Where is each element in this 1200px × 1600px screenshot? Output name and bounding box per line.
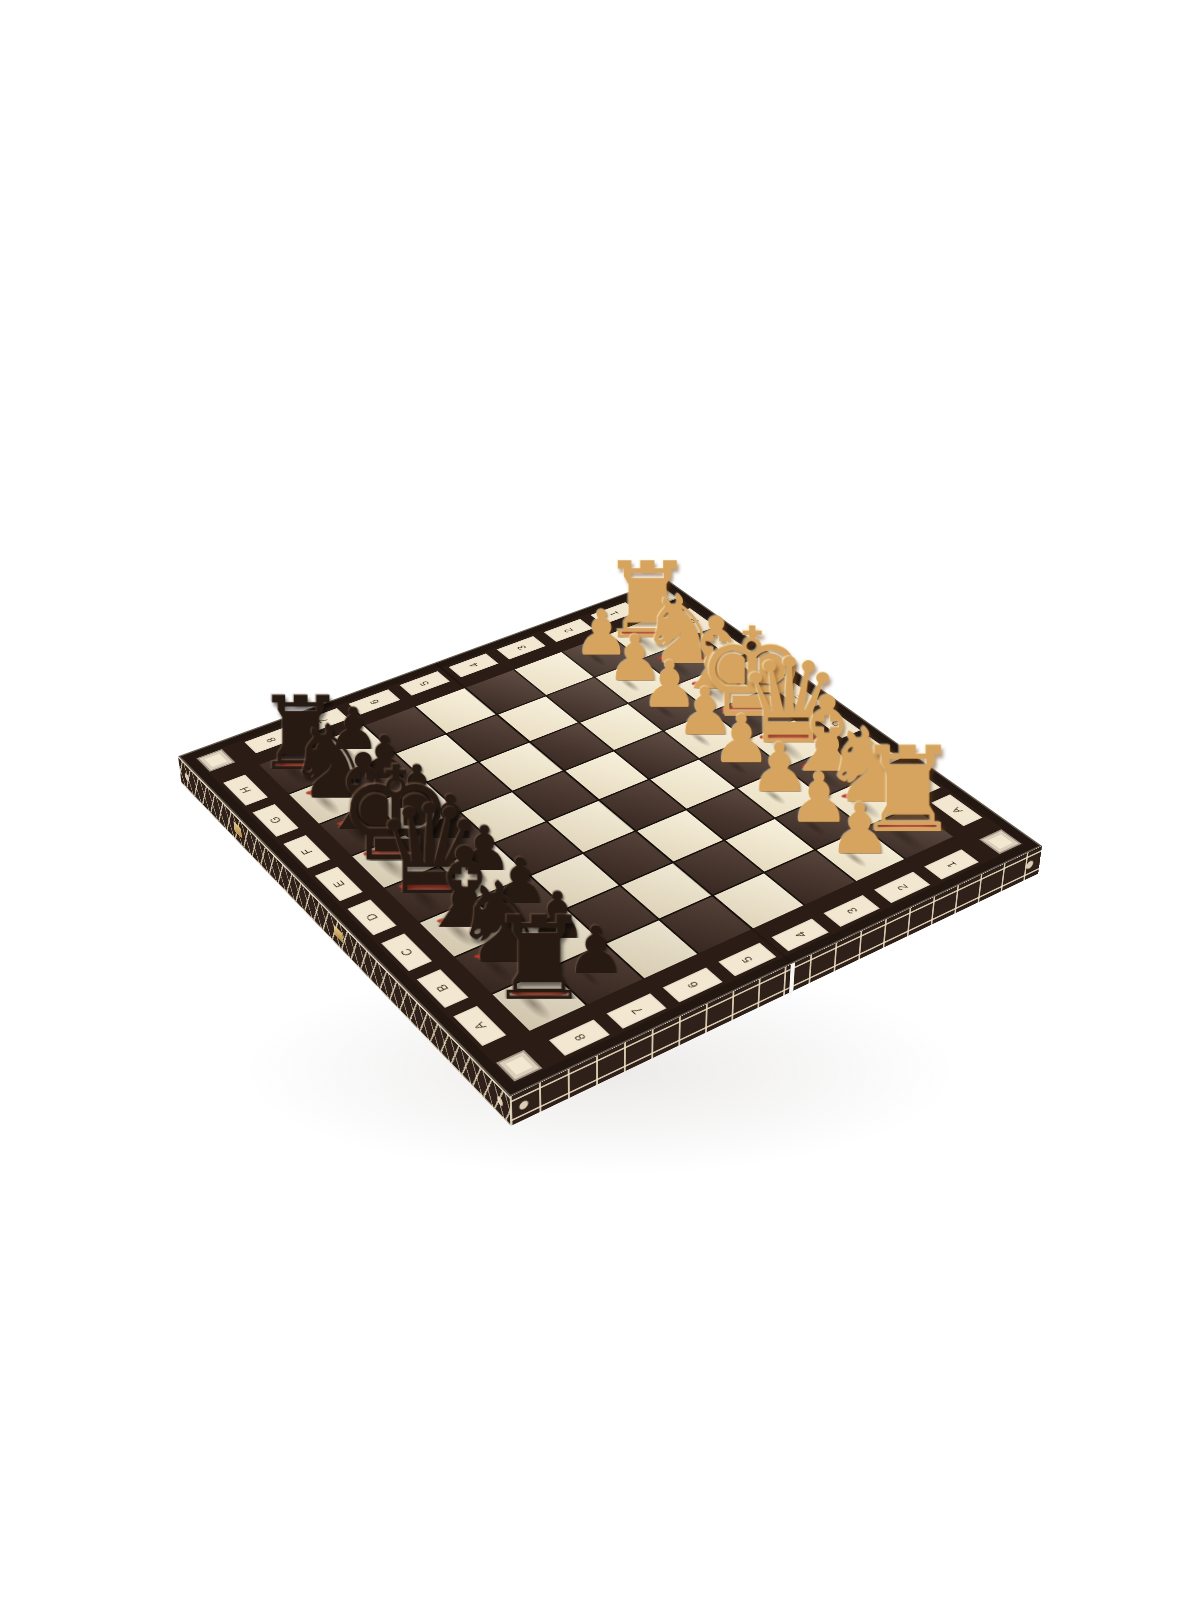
rook-glyph: ♜ bbox=[481, 900, 597, 1016]
rank-label-5: 5 bbox=[718, 943, 776, 977]
piece-shadow bbox=[718, 700, 777, 739]
brass-clasp bbox=[233, 821, 242, 839]
rank-label-4: 4 bbox=[772, 918, 830, 951]
file-label-F: F bbox=[283, 835, 330, 869]
piece-shadow bbox=[720, 756, 752, 777]
file-label-A: A bbox=[453, 1006, 506, 1046]
rank-label-2: 2 bbox=[544, 619, 593, 642]
file-label-C: C bbox=[381, 934, 432, 971]
piece-black-rook-a8: ♜ bbox=[481, 883, 597, 999]
rank-label-3: 3 bbox=[824, 895, 881, 927]
photo-scene: HGFEDCBA HGFEDCBA 12345678 12345678 ♜♞♝♛… bbox=[0, 0, 1200, 1600]
band-corner bbox=[197, 749, 236, 772]
piece-shadow bbox=[582, 649, 611, 668]
rank-label-7: 7 bbox=[607, 993, 667, 1029]
file-label-H: H bbox=[223, 775, 268, 806]
file-label-B: B bbox=[417, 969, 469, 1008]
piece-shadow bbox=[615, 675, 644, 694]
brass-clasp bbox=[334, 925, 343, 944]
piece-white-pawn-a2: ♟ bbox=[824, 784, 894, 854]
rank-label-8: 8 bbox=[549, 1019, 610, 1056]
file-label-E: E bbox=[315, 867, 363, 902]
piece-shadow bbox=[654, 652, 699, 681]
rank-label-1: 1 bbox=[924, 849, 979, 879]
file-label-D: D bbox=[347, 899, 396, 935]
piece-shadow bbox=[649, 701, 679, 721]
fold-gap bbox=[789, 962, 795, 992]
piece-shadow bbox=[688, 677, 735, 708]
piece-shadow bbox=[618, 626, 667, 657]
band-corner bbox=[979, 829, 1021, 854]
rank-label-3: 3 bbox=[497, 636, 546, 660]
band-corner bbox=[496, 1050, 542, 1082]
piece-shadow bbox=[684, 728, 715, 749]
file-label-G: G bbox=[253, 804, 299, 836]
rank-label-6: 6 bbox=[663, 968, 722, 1003]
rank-label-2: 2 bbox=[874, 872, 930, 903]
rank-label-4: 4 bbox=[449, 653, 499, 677]
rank-label-5: 5 bbox=[399, 671, 450, 696]
